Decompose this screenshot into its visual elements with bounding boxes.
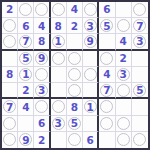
cell-r5c7[interactable]: 4	[99, 67, 115, 83]
cell-r9c5[interactable]	[67, 132, 83, 148]
given-digit: 2	[120, 53, 127, 64]
cell-r7c5[interactable]: 8	[67, 99, 83, 115]
cell-r1c3[interactable]	[34, 2, 50, 18]
cell-r2c8[interactable]	[116, 18, 132, 34]
cell-r9c4[interactable]	[51, 132, 67, 148]
cell-r3c6[interactable]: 9	[83, 34, 99, 50]
given-digit: 4	[103, 69, 110, 80]
cell-r3c3[interactable]: 8	[34, 34, 50, 50]
odd-marker-circle-icon	[68, 133, 81, 146]
cell-r6c7[interactable]: 7	[99, 83, 115, 99]
cell-r6c2[interactable]: 2	[18, 83, 34, 99]
cell-r9c8[interactable]	[116, 132, 132, 148]
cell-r5c1[interactable]: 8	[2, 67, 18, 83]
cell-r6c8[interactable]	[116, 83, 132, 99]
cell-r6c9[interactable]: 5	[132, 83, 148, 99]
cell-r7c2[interactable]: 4	[18, 99, 34, 115]
cell-r6c3[interactable]: 3	[34, 83, 50, 99]
odd-marker-circle-icon	[68, 68, 81, 81]
given-digit: 9	[22, 135, 29, 146]
odd-marker-circle-icon	[52, 100, 65, 113]
given-digit: 7	[6, 102, 13, 113]
cell-r3c4[interactable]: 1	[51, 34, 67, 50]
odd-marker-circle-icon	[52, 3, 65, 16]
odd-marker-circle-icon	[117, 133, 130, 146]
given-digit: 2	[71, 21, 78, 32]
cell-r4c2[interactable]: 5	[18, 51, 34, 67]
given-digit: 6	[87, 135, 94, 146]
cell-r7c8[interactable]	[116, 99, 132, 115]
cell-r7c6[interactable]: 1	[83, 99, 99, 115]
cell-r9c9[interactable]	[132, 132, 148, 148]
cell-r4c5[interactable]	[67, 51, 83, 67]
odd-marker-circle-icon	[133, 3, 146, 16]
given-digit: 8	[55, 21, 62, 32]
cell-r3c5[interactable]	[67, 34, 83, 50]
given-digit: 2	[22, 85, 29, 96]
given-digit: 3	[120, 69, 127, 80]
cell-r2c9[interactable]: 7	[132, 18, 148, 34]
cell-r9c7[interactable]	[99, 132, 115, 148]
cell-r2c6[interactable]: 3	[83, 18, 99, 34]
cell-r2c7[interactable]: 5	[99, 18, 115, 34]
cell-r9c3[interactable]: 2	[34, 132, 50, 148]
cell-r4c3[interactable]: 9	[34, 51, 50, 67]
cell-r5c5[interactable]	[67, 67, 83, 83]
odd-marker-circle-icon	[100, 117, 113, 130]
cell-r8c9[interactable]	[132, 116, 148, 132]
given-digit: 7	[22, 36, 29, 47]
cell-r1c4[interactable]	[51, 2, 67, 18]
given-digit: 9	[38, 53, 45, 64]
odd-marker-circle-icon	[100, 100, 113, 113]
cell-r7c7[interactable]	[99, 99, 115, 115]
given-digit: 1	[87, 102, 94, 113]
given-digit: 1	[55, 36, 62, 47]
odd-marker-circle-icon	[100, 52, 113, 65]
cell-r9c2[interactable]: 9	[18, 132, 34, 148]
cell-r9c6[interactable]: 6	[83, 132, 99, 148]
cell-r4c6[interactable]	[83, 51, 99, 67]
given-digit: 2	[38, 135, 45, 146]
cell-r5c3[interactable]	[34, 67, 50, 83]
cell-r6c4[interactable]	[51, 83, 67, 99]
cell-r8c2[interactable]	[18, 116, 34, 132]
cell-r3c2[interactable]: 7	[18, 34, 34, 50]
cell-r2c1[interactable]	[2, 18, 18, 34]
cell-r8c7[interactable]	[99, 116, 115, 132]
cell-r9c1[interactable]	[2, 132, 18, 148]
odd-marker-circle-icon	[117, 117, 130, 130]
cell-r6c5[interactable]	[67, 83, 83, 99]
cell-r3c1[interactable]	[2, 34, 18, 50]
odd-marker-circle-icon	[52, 52, 65, 65]
cell-r5c4[interactable]	[51, 67, 67, 83]
given-digit: 1	[22, 69, 29, 80]
given-digit: 3	[136, 36, 143, 47]
odd-marker-circle-icon	[133, 133, 146, 146]
given-digit: 7	[136, 21, 143, 32]
odd-marker-circle-icon	[35, 3, 48, 16]
cell-r3c9[interactable]: 3	[132, 34, 148, 50]
cell-r8c8[interactable]	[116, 116, 132, 132]
cell-r1c7[interactable]: 6	[99, 2, 115, 18]
cell-r4c4[interactable]	[51, 51, 67, 67]
given-digit: 4	[71, 4, 78, 15]
cell-r3c8[interactable]: 4	[116, 34, 132, 50]
given-digit: 3	[55, 118, 62, 129]
given-digit: 5	[22, 53, 29, 64]
odd-marker-circle-icon	[68, 52, 81, 65]
cell-r1c5[interactable]: 4	[67, 2, 83, 18]
odd-marker-circle-icon	[84, 68, 97, 81]
odd-marker-circle-icon	[3, 117, 16, 130]
cell-r2c5[interactable]: 2	[67, 18, 83, 34]
given-digit: 4	[22, 102, 29, 113]
cell-r8c5[interactable]: 5	[67, 116, 83, 132]
given-digit: 4	[38, 21, 45, 32]
given-digit: 6	[38, 118, 45, 129]
odd-marker-circle-icon	[68, 84, 81, 97]
cell-r1c6[interactable]	[83, 2, 99, 18]
cell-r8c4[interactable]: 3	[51, 116, 67, 132]
cell-r4c9[interactable]	[132, 51, 148, 67]
odd-marker-circle-icon	[117, 19, 130, 32]
cell-r5c2[interactable]: 1	[18, 67, 34, 83]
odd-marker-circle-icon	[3, 19, 16, 32]
given-digit: 8	[38, 36, 45, 47]
cell-r3c7[interactable]	[99, 34, 115, 50]
given-digit: 5	[103, 21, 110, 32]
cell-r5c9[interactable]	[132, 67, 148, 83]
cell-r8c6[interactable]	[83, 116, 99, 132]
odd-marker-circle-icon	[35, 68, 48, 81]
given-digit: 5	[71, 118, 78, 129]
cell-r2c2[interactable]: 6	[18, 18, 34, 34]
cell-r1c8[interactable]	[116, 2, 132, 18]
odd-marker-circle-icon	[35, 100, 48, 113]
cell-r2c4[interactable]: 8	[51, 18, 67, 34]
cell-r7c3[interactable]	[34, 99, 50, 115]
cell-r2c3[interactable]: 4	[34, 18, 50, 34]
odd-marker-circle-icon	[117, 84, 130, 97]
cell-r7c4[interactable]	[51, 99, 67, 115]
cell-r1c1[interactable]: 2	[2, 2, 18, 18]
given-digit: 3	[87, 21, 94, 32]
given-digit: 5	[136, 85, 143, 96]
cell-r8c1[interactable]	[2, 116, 18, 132]
cell-r5c8[interactable]: 3	[116, 67, 132, 83]
cell-r8c3[interactable]: 6	[34, 116, 50, 132]
odd-marker-circle-icon	[84, 3, 97, 16]
cell-r7c1[interactable]: 7	[2, 99, 18, 115]
cell-r1c2[interactable]	[18, 2, 34, 18]
given-digit: 2	[6, 4, 13, 15]
cell-r4c1[interactable]	[2, 51, 18, 67]
sudoku-board: 2466482357781943592814323757481635926	[0, 0, 150, 150]
cell-r6c6[interactable]	[83, 83, 99, 99]
cell-r1c9[interactable]	[132, 2, 148, 18]
cell-r5c6[interactable]	[83, 67, 99, 83]
given-digit: 3	[38, 85, 45, 96]
cell-r6c1[interactable]	[2, 83, 18, 99]
given-digit: 8	[71, 102, 78, 113]
odd-marker-circle-icon	[3, 35, 16, 48]
given-digit: 8	[6, 69, 13, 80]
odd-marker-circle-icon	[19, 3, 32, 16]
given-digit: 7	[103, 85, 110, 96]
given-digit: 9	[87, 36, 94, 47]
cell-r4c7[interactable]	[99, 51, 115, 67]
cell-r7c9[interactable]	[132, 99, 148, 115]
given-digit: 4	[120, 36, 127, 47]
cell-r4c8[interactable]: 2	[116, 51, 132, 67]
given-digit: 6	[22, 21, 29, 32]
given-digit: 6	[103, 4, 110, 15]
odd-marker-circle-icon	[3, 133, 16, 146]
